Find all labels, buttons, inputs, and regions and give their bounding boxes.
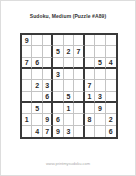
cell-r9c6 [74,126,84,137]
cell-r8c7: 8 [85,114,95,125]
cell-r6c1 [22,92,32,103]
cell-r3c3 [43,58,53,69]
cell-r8c6 [74,114,84,125]
cell-r8c9: 2 [106,114,116,125]
cell-r2c4: 5 [53,46,63,57]
cell-r6c6 [74,92,84,103]
cell-r9c4: 9 [53,126,63,137]
cell-r8c8 [95,114,105,125]
cell-r7c8: 9 [95,103,105,114]
cell-r7c3 [43,103,53,114]
cell-r3c2: 6 [32,58,42,69]
cell-r4c6 [74,69,84,80]
cell-r3c4 [53,58,63,69]
cell-r5c6 [74,80,84,91]
cell-r1c7 [85,35,95,46]
cell-r3c9: 4 [106,58,116,69]
cell-r4c4: 3 [53,69,63,80]
cell-r5c3: 3 [43,80,53,91]
cell-r8c2 [32,114,42,125]
cell-r4c1 [22,69,32,80]
cell-r5c2: 2 [32,80,42,91]
cell-r5c8 [95,80,105,91]
cell-r9c8 [95,126,105,137]
cell-r7c2: 5 [32,103,42,114]
page-title: Sudoku, Medium (Puzzle #A89) [1,13,135,19]
sudoku-sheet: Sudoku, Medium (Puzzle #A89) 95277654323… [0,0,136,176]
cell-r6c8: 3 [95,92,105,103]
cell-r7c4 [53,103,63,114]
cell-r2c6: 7 [74,46,84,57]
cell-r2c9 [106,46,116,57]
cell-r6c3: 6 [43,92,53,103]
footer-url: www.printmysudoku.com [1,161,135,166]
cell-r2c7 [85,46,95,57]
cell-r8c3: 9 [43,114,53,125]
cell-r6c5: 5 [64,92,74,103]
cell-r5c5 [64,80,74,91]
cell-r2c3 [43,46,53,57]
cell-r9c3: 7 [43,126,53,137]
cell-r9c1 [22,126,32,137]
cell-r5c4 [53,80,63,91]
cell-r8c4: 6 [53,114,63,125]
cell-r3c5 [64,58,74,69]
cell-r6c2 [32,92,42,103]
sudoku-grid: 95277654323765135191968247936 [20,33,118,139]
cell-r4c3 [43,69,53,80]
cell-r4c5 [64,69,74,80]
cell-r4c8 [95,69,105,80]
cell-r7c6 [74,103,84,114]
cell-r2c8 [95,46,105,57]
cell-r5c1 [22,80,32,91]
cell-r4c7 [85,69,95,80]
cell-r1c6 [74,35,84,46]
cell-r6c9 [106,92,116,103]
cell-r9c5: 3 [64,126,74,137]
cell-r1c8 [95,35,105,46]
cell-r8c1: 1 [22,114,32,125]
cell-r7c7 [85,103,95,114]
cell-r2c1 [22,46,32,57]
cell-r6c7: 1 [85,92,95,103]
cell-r4c2 [32,69,42,80]
cell-r8c5 [64,114,74,125]
cell-r2c2 [32,46,42,57]
cell-r1c1: 9 [22,35,32,46]
cell-r7c5: 1 [64,103,74,114]
cell-r5c9 [106,80,116,91]
cell-r3c6 [74,58,84,69]
cell-r2c5: 2 [64,46,74,57]
cell-r3c7 [85,58,95,69]
cell-r1c5 [64,35,74,46]
cell-r9c9: 6 [106,126,116,137]
cell-r4c9 [106,69,116,80]
cell-r1c3 [43,35,53,46]
cell-r1c4 [53,35,63,46]
cell-r5c7: 7 [85,80,95,91]
cell-r9c7 [85,126,95,137]
cell-r9c2: 4 [32,126,42,137]
cell-r3c1: 7 [22,58,32,69]
cell-r6c4 [53,92,63,103]
cell-r7c9 [106,103,116,114]
cell-r1c2 [32,35,42,46]
cell-r7c1 [22,103,32,114]
cell-r3c8: 5 [95,58,105,69]
cell-r1c9 [106,35,116,46]
